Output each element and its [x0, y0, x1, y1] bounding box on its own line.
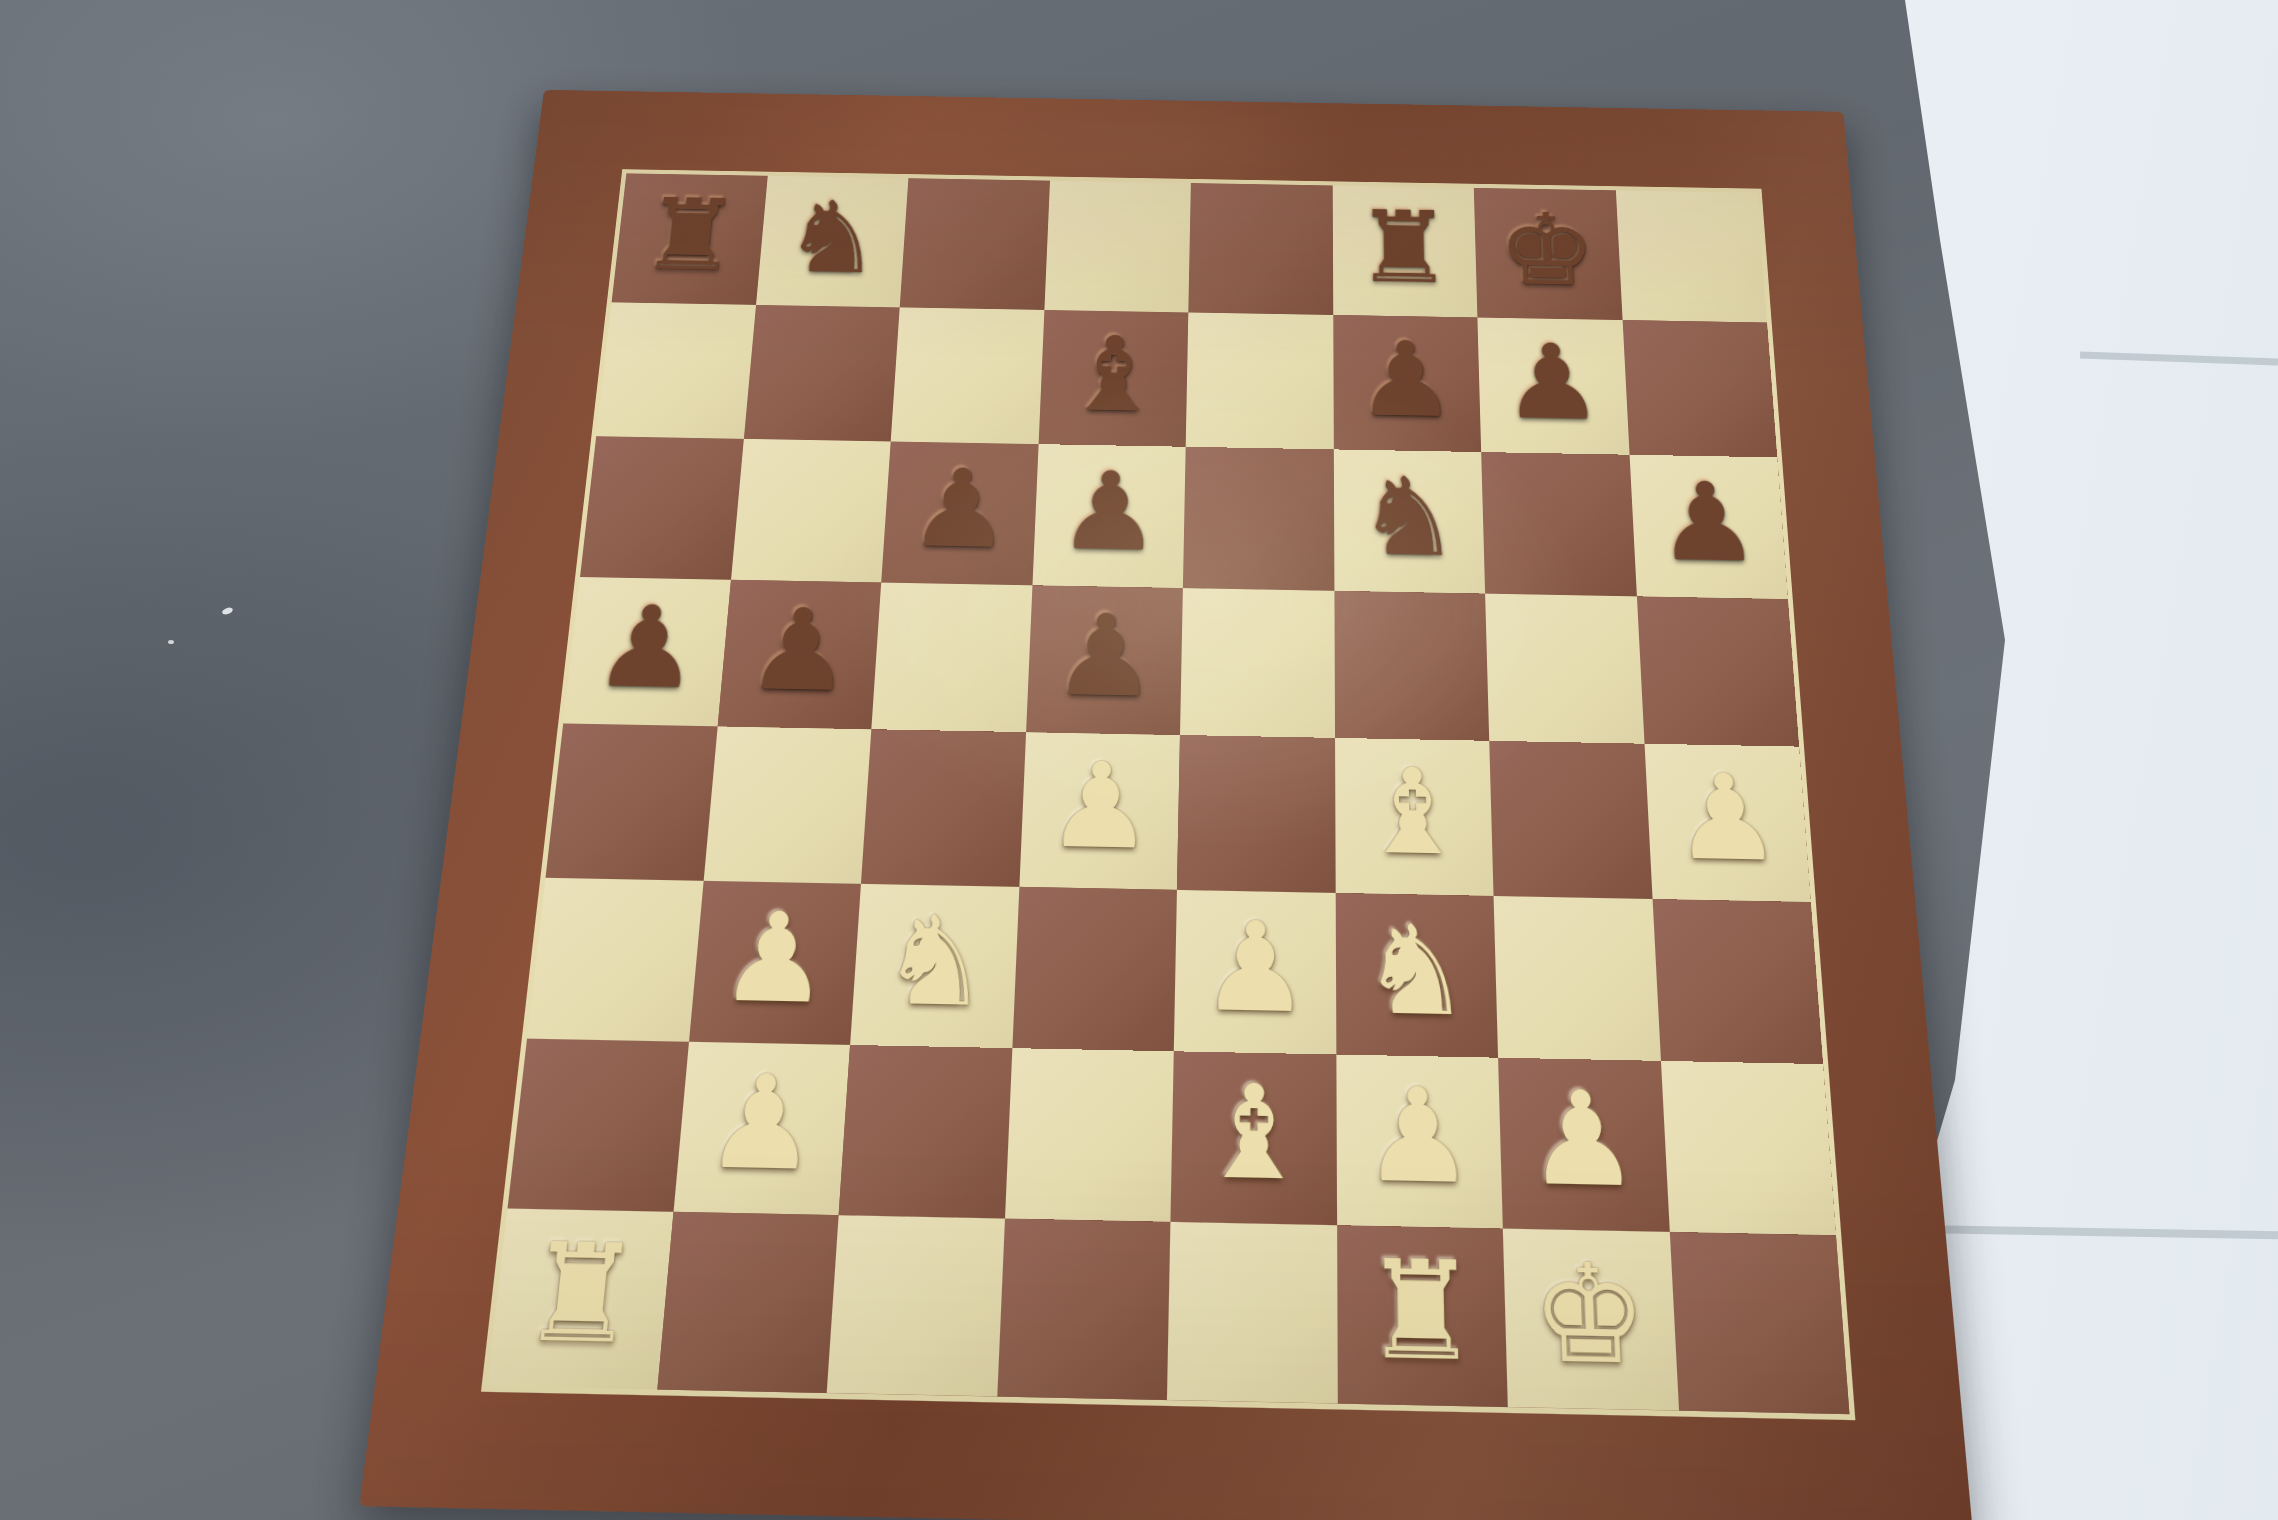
square-a8[interactable]: ♜	[612, 173, 768, 304]
square-b1[interactable]	[657, 1211, 839, 1393]
square-d5[interactable]: ♟	[1026, 585, 1183, 735]
square-c8[interactable]	[900, 178, 1050, 309]
floor-speck	[168, 640, 174, 644]
white-pawn-d4[interactable]: ♟	[1045, 746, 1156, 866]
white-rook-f1[interactable]: ♜	[1363, 1241, 1480, 1380]
white-pawn-h4[interactable]: ♟	[1669, 758, 1784, 878]
square-c1[interactable]	[827, 1215, 1005, 1397]
square-e2[interactable]: ♝	[1170, 1051, 1336, 1224]
square-a7[interactable]	[596, 302, 755, 439]
square-h8[interactable]	[1615, 190, 1767, 322]
square-d6[interactable]: ♟	[1032, 444, 1186, 587]
square-c7[interactable]	[891, 307, 1044, 444]
square-e6[interactable]	[1183, 447, 1334, 591]
square-h7[interactable]	[1622, 320, 1777, 458]
floor-speck	[221, 606, 233, 615]
square-g8[interactable]: ♚	[1474, 188, 1622, 320]
square-d2[interactable]	[1004, 1048, 1173, 1221]
white-pawn-b3[interactable]: ♟	[716, 895, 835, 1020]
square-d1[interactable]	[997, 1218, 1171, 1400]
square-g6[interactable]	[1481, 452, 1636, 596]
square-a2[interactable]	[508, 1039, 689, 1212]
square-c3[interactable]: ♞	[850, 883, 1019, 1048]
square-b5[interactable]: ♟	[717, 579, 881, 729]
square-a3[interactable]	[527, 877, 703, 1041]
square-c6[interactable]: ♟	[881, 441, 1038, 584]
white-bishop-e2[interactable]: ♝	[1197, 1067, 1310, 1199]
square-h6[interactable]: ♟	[1629, 455, 1788, 599]
square-f2[interactable]: ♟	[1336, 1054, 1503, 1228]
square-h5[interactable]	[1636, 596, 1799, 747]
square-e3[interactable]: ♟	[1174, 889, 1336, 1054]
square-b6[interactable]	[731, 439, 891, 582]
square-b8[interactable]: ♞	[756, 176, 909, 307]
white-pawn-f2[interactable]: ♟	[1362, 1070, 1476, 1202]
square-b2[interactable]: ♟	[673, 1042, 850, 1215]
square-h3[interactable]	[1652, 899, 1823, 1065]
white-knight-c3[interactable]: ♞	[877, 898, 993, 1023]
black-pawn-d5[interactable]: ♟	[1051, 599, 1159, 713]
white-rook-a1[interactable]: ♜	[517, 1225, 646, 1363]
square-f8[interactable]: ♜	[1332, 185, 1477, 317]
scene-overhead-chess-photo: { "game": "chess", "view": "overhead pho…	[0, 0, 2278, 1520]
square-h2[interactable]	[1660, 1061, 1835, 1235]
white-pawn-g2[interactable]: ♟	[1524, 1074, 1642, 1206]
square-d8[interactable]	[1044, 181, 1191, 312]
black-bishop-d7[interactable]: ♝	[1062, 322, 1165, 427]
square-e1[interactable]	[1167, 1221, 1337, 1403]
square-f3[interactable]: ♞	[1335, 892, 1498, 1057]
black-pawn-c6[interactable]: ♟	[906, 455, 1014, 564]
square-c5[interactable]	[871, 582, 1032, 732]
square-g7[interactable]: ♟	[1477, 317, 1629, 455]
chess-board: ♜♞♜♚♝♟♟♟♟♞♟♟♟♟♟♝♟♟♞♟♞♟♝♟♟♜♜♚	[359, 90, 1973, 1520]
black-knight-b8[interactable]: ♞	[780, 188, 885, 288]
square-a4[interactable]	[546, 723, 718, 880]
square-d7[interactable]: ♝	[1038, 310, 1188, 447]
square-f5[interactable]	[1334, 590, 1489, 740]
black-rook-f8[interactable]: ♜	[1355, 198, 1454, 298]
square-c2[interactable]	[839, 1045, 1012, 1218]
black-pawn-f7[interactable]: ♟	[1356, 327, 1458, 432]
black-pawn-a5[interactable]: ♟	[590, 590, 706, 704]
square-g1[interactable]: ♚	[1503, 1228, 1679, 1411]
square-f6[interactable]: ♞	[1333, 449, 1485, 593]
board-grid: ♜♞♜♚♝♟♟♟♟♞♟♟♟♟♟♝♟♟♞♟♞♟♝♟♟♜♜♚	[481, 169, 1855, 1420]
square-b3[interactable]: ♟	[688, 880, 860, 1045]
white-bishop-f4[interactable]: ♝	[1359, 752, 1468, 872]
square-g5[interactable]	[1485, 593, 1644, 744]
black-pawn-b5[interactable]: ♟	[743, 593, 856, 707]
square-e7[interactable]	[1186, 312, 1334, 449]
square-b7[interactable]	[743, 304, 899, 441]
black-knight-f6[interactable]: ♞	[1357, 463, 1461, 572]
square-d3[interactable]	[1012, 886, 1177, 1051]
white-king-g1[interactable]: ♚	[1530, 1245, 1651, 1384]
white-pawn-e3[interactable]: ♟	[1200, 904, 1311, 1030]
black-king-g8[interactable]: ♚	[1496, 200, 1598, 300]
square-d4[interactable]: ♟	[1019, 732, 1180, 889]
square-e4[interactable]	[1177, 735, 1335, 892]
black-pawn-g7[interactable]: ♟	[1501, 330, 1605, 435]
square-a5[interactable]: ♟	[563, 577, 730, 727]
square-c4[interactable]	[861, 729, 1026, 886]
square-a6[interactable]	[580, 436, 743, 579]
square-f7[interactable]: ♟	[1333, 315, 1481, 452]
white-knight-f3[interactable]: ♞	[1360, 908, 1472, 1034]
black-pawn-d6[interactable]: ♟	[1057, 457, 1163, 566]
square-e5[interactable]	[1180, 588, 1335, 738]
square-a1[interactable]: ♜	[487, 1208, 673, 1390]
square-g3[interactable]	[1494, 895, 1661, 1060]
black-rook-a8[interactable]: ♜	[636, 185, 744, 285]
square-e8[interactable]	[1188, 183, 1332, 315]
square-b4[interactable]	[703, 726, 871, 883]
white-pawn-b2[interactable]: ♟	[701, 1058, 823, 1190]
square-h1[interactable]	[1669, 1231, 1849, 1414]
square-h4[interactable]: ♟	[1644, 744, 1811, 902]
square-f1[interactable]: ♜	[1337, 1225, 1508, 1407]
black-pawn-h6[interactable]: ♟	[1653, 468, 1762, 578]
square-g4[interactable]	[1489, 741, 1652, 899]
square-g2[interactable]: ♟	[1498, 1058, 1669, 1232]
square-f4[interactable]: ♝	[1335, 738, 1494, 896]
